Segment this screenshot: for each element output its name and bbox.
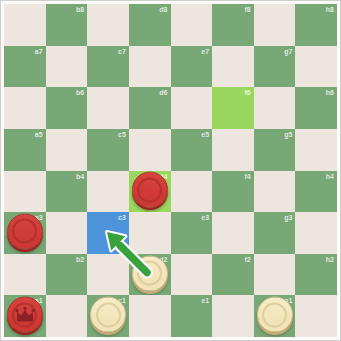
- square-label: e3: [201, 214, 209, 221]
- square-f8[interactable]: f8: [212, 4, 254, 46]
- square-g4[interactable]: [254, 171, 296, 213]
- square-b4[interactable]: b4: [46, 171, 88, 213]
- square-f6[interactable]: f6: [212, 87, 254, 129]
- square-e4[interactable]: [171, 171, 213, 213]
- square-d6[interactable]: d6: [129, 87, 171, 129]
- square-d8[interactable]: d8: [129, 4, 171, 46]
- square-a8[interactable]: [4, 4, 46, 46]
- square-label: h4: [326, 173, 334, 180]
- square-d1[interactable]: [129, 295, 171, 337]
- square-b3[interactable]: [46, 212, 88, 254]
- square-g5[interactable]: g5: [254, 129, 296, 171]
- square-a7[interactable]: a7: [4, 46, 46, 88]
- square-f4[interactable]: f4: [212, 171, 254, 213]
- square-a2[interactable]: [4, 254, 46, 296]
- square-a1[interactable]: a1: [4, 295, 46, 337]
- square-g8[interactable]: [254, 4, 296, 46]
- square-c5[interactable]: c5: [87, 129, 129, 171]
- square-label: c5: [118, 131, 126, 138]
- white-man-piece[interactable]: [132, 255, 168, 291]
- square-f1[interactable]: [212, 295, 254, 337]
- checkers-board: b8d8f8h8a7c7e7g7b6d6f6h6a5c5e5g5b4d4f4h4…: [4, 4, 337, 337]
- square-h6[interactable]: h6: [295, 87, 337, 129]
- square-b7[interactable]: [46, 46, 88, 88]
- square-d5[interactable]: [129, 129, 171, 171]
- square-h2[interactable]: h2: [295, 254, 337, 296]
- square-d4[interactable]: d4: [129, 171, 171, 213]
- square-h3[interactable]: [295, 212, 337, 254]
- square-h1[interactable]: [295, 295, 337, 337]
- king-crown-icon: [14, 306, 36, 324]
- square-label: d6: [159, 89, 167, 96]
- red-man-piece[interactable]: [132, 172, 168, 208]
- square-h4[interactable]: h4: [295, 171, 337, 213]
- square-label: d8: [159, 6, 167, 13]
- square-g6[interactable]: [254, 87, 296, 129]
- square-c1[interactable]: c1: [87, 295, 129, 337]
- board-frame: b8d8f8h8a7c7e7g7b6d6f6h6a5c5e5g5b4d4f4h4…: [0, 0, 341, 341]
- square-label: f2: [245, 256, 251, 263]
- square-e8[interactable]: [171, 4, 213, 46]
- square-label: a5: [35, 131, 43, 138]
- square-e2[interactable]: [171, 254, 213, 296]
- square-label: e7: [201, 48, 209, 55]
- square-label: h2: [326, 256, 334, 263]
- square-label: e5: [201, 131, 209, 138]
- white-man-piece[interactable]: [90, 297, 126, 333]
- square-c7[interactable]: c7: [87, 46, 129, 88]
- square-d7[interactable]: [129, 46, 171, 88]
- square-e6[interactable]: [171, 87, 213, 129]
- square-f2[interactable]: f2: [212, 254, 254, 296]
- square-f3[interactable]: [212, 212, 254, 254]
- square-h5[interactable]: [295, 129, 337, 171]
- square-g7[interactable]: g7: [254, 46, 296, 88]
- square-label: g7: [284, 48, 292, 55]
- square-d2[interactable]: d2: [129, 254, 171, 296]
- square-label: f6: [245, 89, 251, 96]
- square-label: f4: [245, 173, 251, 180]
- square-c4[interactable]: [87, 171, 129, 213]
- square-h7[interactable]: [295, 46, 337, 88]
- square-label: b2: [76, 256, 84, 263]
- square-f5[interactable]: [212, 129, 254, 171]
- square-g3[interactable]: g3: [254, 212, 296, 254]
- square-label: c3: [118, 214, 126, 221]
- square-b1[interactable]: [46, 295, 88, 337]
- square-e7[interactable]: e7: [171, 46, 213, 88]
- square-a4[interactable]: [4, 171, 46, 213]
- square-label: h6: [326, 89, 334, 96]
- square-label: b4: [76, 173, 84, 180]
- square-label: a7: [35, 48, 43, 55]
- red-man-piece[interactable]: [7, 213, 43, 249]
- square-g1[interactable]: g1: [254, 295, 296, 337]
- square-b5[interactable]: [46, 129, 88, 171]
- square-label: e1: [201, 297, 209, 304]
- square-label: g5: [284, 131, 292, 138]
- square-b8[interactable]: b8: [46, 4, 88, 46]
- square-label: c7: [118, 48, 126, 55]
- square-e3[interactable]: e3: [171, 212, 213, 254]
- square-label: h8: [326, 6, 334, 13]
- square-label: b8: [76, 6, 84, 13]
- square-a5[interactable]: a5: [4, 129, 46, 171]
- square-d3[interactable]: [129, 212, 171, 254]
- square-b2[interactable]: b2: [46, 254, 88, 296]
- square-c2[interactable]: [87, 254, 129, 296]
- red-king-piece[interactable]: [7, 297, 43, 333]
- square-g2[interactable]: [254, 254, 296, 296]
- white-man-piece[interactable]: [257, 297, 293, 333]
- square-e1[interactable]: e1: [171, 295, 213, 337]
- square-h8[interactable]: h8: [295, 4, 337, 46]
- square-a3[interactable]: a3: [4, 212, 46, 254]
- square-c8[interactable]: [87, 4, 129, 46]
- square-c6[interactable]: [87, 87, 129, 129]
- square-b6[interactable]: b6: [46, 87, 88, 129]
- square-a6[interactable]: [4, 87, 46, 129]
- square-label: b6: [76, 89, 84, 96]
- square-label: g3: [284, 214, 292, 221]
- square-e5[interactable]: e5: [171, 129, 213, 171]
- square-f7[interactable]: [212, 46, 254, 88]
- square-label: f8: [245, 6, 251, 13]
- square-c3[interactable]: c3: [87, 212, 129, 254]
